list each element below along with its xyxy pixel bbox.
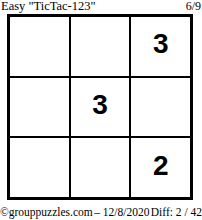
cell-r2c2-given: 3 (71, 78, 130, 137)
puzzle-header: Easy "TicTac-123" 6/9 (1, 0, 201, 14)
cell-r3c3-given: 2 (131, 138, 190, 197)
cell-r3c1[interactable] (10, 138, 69, 197)
cell-r2c1[interactable] (10, 78, 69, 137)
cell-r1c1[interactable] (10, 17, 69, 76)
puzzle-title: Easy "TicTac-123" (1, 0, 96, 13)
page-indicator: 6/9 (186, 0, 201, 13)
puzzle-date: – 12/8/2020 (94, 206, 149, 218)
puzzle-footer: ©grouppuzzles.com – 12/8/2020 Diff: 2 / … (0, 203, 202, 220)
copyright-text: ©grouppuzzles.com (0, 206, 93, 218)
cell-r1c3-given: 3 (131, 17, 190, 76)
cell-r3c2[interactable] (71, 138, 130, 197)
tictac-123-board: 3 3 2 (7, 14, 193, 200)
cell-r1c2[interactable] (71, 17, 130, 76)
difficulty-rating: Diff: 2 / 42 (151, 206, 202, 218)
cell-r2c3[interactable] (131, 78, 190, 137)
